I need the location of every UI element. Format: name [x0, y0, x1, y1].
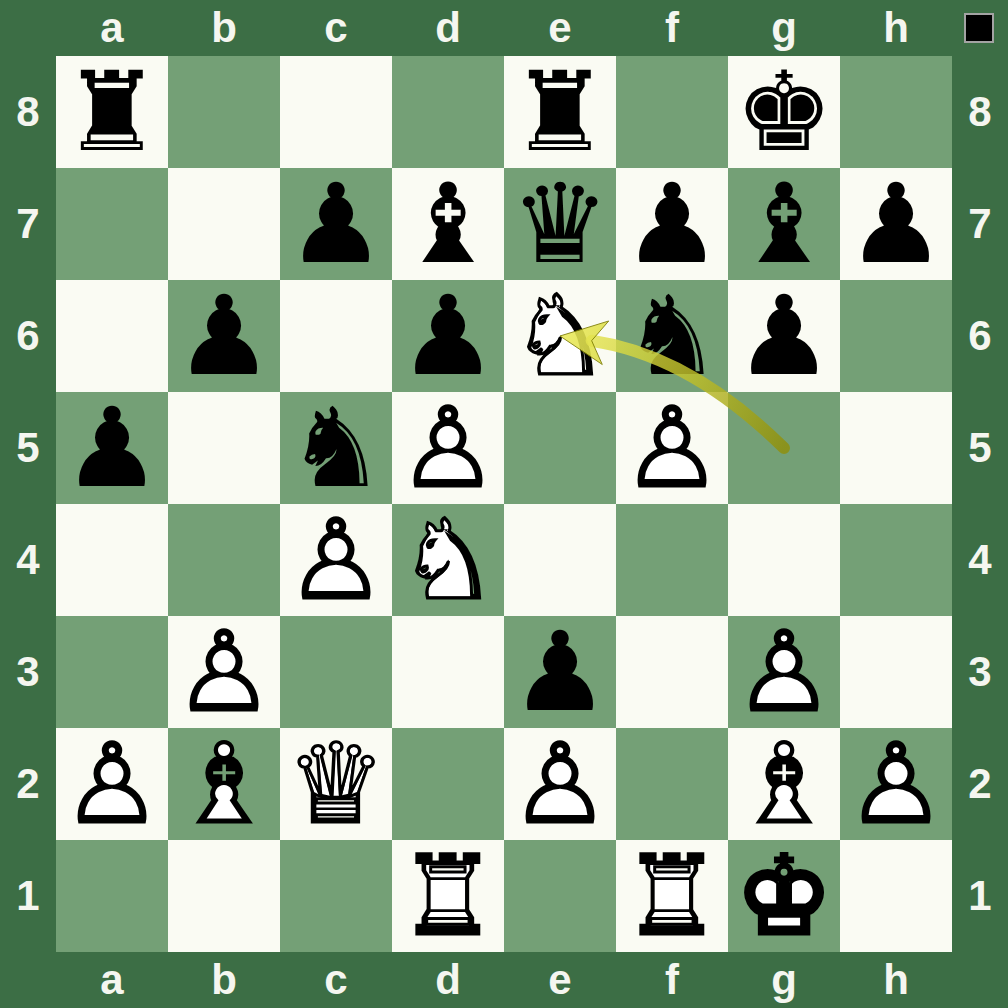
square-d8[interactable] [392, 56, 504, 168]
square-a7[interactable] [56, 168, 168, 280]
square-f7[interactable]: ♟ [616, 168, 728, 280]
rank-label-4: 4 [952, 504, 1008, 616]
square-h4[interactable] [840, 504, 952, 616]
rank-label-5: 5 [0, 392, 56, 504]
square-h1[interactable] [840, 840, 952, 952]
white-pawn-icon: ♟ [504, 728, 616, 840]
chess-board-frame: abcdefgh 87654321 87654321 abcdefgh ♜♜♚♟… [0, 0, 1008, 1008]
white-knight-icon-outline: ♘ [504, 280, 616, 392]
square-c4[interactable]: ♟♙ [280, 504, 392, 616]
square-b4[interactable] [168, 504, 280, 616]
square-e1[interactable] [504, 840, 616, 952]
white-pawn-icon-outline: ♙ [728, 616, 840, 728]
square-g6[interactable]: ♟ [728, 280, 840, 392]
square-e8[interactable]: ♜ [504, 56, 616, 168]
white-rook-icon-outline: ♖ [616, 840, 728, 952]
black-pawn-icon: ♟ [168, 280, 280, 392]
white-knight-icon-outline: ♘ [392, 504, 504, 616]
square-d5[interactable]: ♟♙ [392, 392, 504, 504]
white-bishop-icon-outline: ♗ [728, 728, 840, 840]
square-e4[interactable] [504, 504, 616, 616]
square-f1[interactable]: ♜♖ [616, 840, 728, 952]
rank-label-6: 6 [952, 280, 1008, 392]
square-b3[interactable]: ♟♙ [168, 616, 280, 728]
black-pawn-icon: ♟ [280, 168, 392, 280]
file-label-h: h [840, 952, 952, 1008]
white-pawn-icon: ♟ [280, 504, 392, 616]
white-pawn-icon: ♟ [840, 728, 952, 840]
square-b1[interactable] [168, 840, 280, 952]
square-d1[interactable]: ♜♖ [392, 840, 504, 952]
file-label-a: a [56, 952, 168, 1008]
white-pawn-icon-outline: ♙ [840, 728, 952, 840]
square-b2[interactable]: ♝♗ [168, 728, 280, 840]
white-pawn-icon-outline: ♙ [616, 392, 728, 504]
square-c2[interactable]: ♛♕ [280, 728, 392, 840]
black-rook-icon: ♜ [56, 56, 168, 168]
black-king-icon: ♚ [728, 56, 840, 168]
white-queen-icon-outline: ♕ [280, 728, 392, 840]
black-knight-icon: ♞ [280, 392, 392, 504]
rank-labels-right: 87654321 [952, 56, 1008, 952]
black-pawn-icon: ♟ [728, 280, 840, 392]
rank-label-3: 3 [0, 616, 56, 728]
square-b8[interactable] [168, 56, 280, 168]
square-f2[interactable] [616, 728, 728, 840]
square-e7[interactable]: ♛ [504, 168, 616, 280]
white-pawn-icon-outline: ♙ [392, 392, 504, 504]
square-h3[interactable] [840, 616, 952, 728]
file-label-b: b [168, 0, 280, 56]
square-e6[interactable]: ♞♘ [504, 280, 616, 392]
square-h2[interactable]: ♟♙ [840, 728, 952, 840]
square-e5[interactable] [504, 392, 616, 504]
white-pawn-icon-outline: ♙ [56, 728, 168, 840]
white-knight-icon: ♞ [504, 280, 616, 392]
file-label-f: f [616, 0, 728, 56]
square-h5[interactable] [840, 392, 952, 504]
white-king-icon-outline: ♔ [728, 840, 840, 952]
file-label-b: b [168, 952, 280, 1008]
square-f8[interactable] [616, 56, 728, 168]
square-e3[interactable]: ♟ [504, 616, 616, 728]
black-pawn-icon: ♟ [616, 168, 728, 280]
rank-label-4: 4 [0, 504, 56, 616]
square-d4[interactable]: ♞♘ [392, 504, 504, 616]
black-to-move-indicator [964, 13, 994, 43]
white-pawn-icon: ♟ [168, 616, 280, 728]
rank-labels-left: 87654321 [0, 56, 56, 952]
file-label-e: e [504, 0, 616, 56]
rank-label-7: 7 [0, 168, 56, 280]
file-labels-top: abcdefgh [56, 0, 952, 56]
square-d7[interactable]: ♝ [392, 168, 504, 280]
square-c5[interactable]: ♞ [280, 392, 392, 504]
square-c1[interactable] [280, 840, 392, 952]
rank-label-3: 3 [952, 616, 1008, 728]
rank-label-8: 8 [0, 56, 56, 168]
square-b5[interactable] [168, 392, 280, 504]
square-a1[interactable] [56, 840, 168, 952]
square-e2[interactable]: ♟♙ [504, 728, 616, 840]
black-pawn-icon: ♟ [504, 616, 616, 728]
square-c6[interactable] [280, 280, 392, 392]
file-label-f: f [616, 952, 728, 1008]
square-g1[interactable]: ♚♔ [728, 840, 840, 952]
square-f5[interactable]: ♟♙ [616, 392, 728, 504]
rank-label-2: 2 [0, 728, 56, 840]
square-a4[interactable] [56, 504, 168, 616]
square-g7[interactable]: ♝ [728, 168, 840, 280]
rank-label-1: 1 [952, 840, 1008, 952]
square-d2[interactable] [392, 728, 504, 840]
square-h8[interactable] [840, 56, 952, 168]
square-f6[interactable]: ♞ [616, 280, 728, 392]
black-pawn-icon: ♟ [56, 392, 168, 504]
square-b6[interactable]: ♟ [168, 280, 280, 392]
square-g5[interactable] [728, 392, 840, 504]
square-f4[interactable] [616, 504, 728, 616]
white-king-icon: ♚ [728, 840, 840, 952]
white-knight-icon: ♞ [392, 504, 504, 616]
file-label-d: d [392, 0, 504, 56]
rank-label-8: 8 [952, 56, 1008, 168]
file-label-c: c [280, 0, 392, 56]
white-pawn-icon-outline: ♙ [504, 728, 616, 840]
white-queen-icon: ♛ [280, 728, 392, 840]
file-label-g: g [728, 0, 840, 56]
square-h7[interactable]: ♟ [840, 168, 952, 280]
white-bishop-icon: ♝ [728, 728, 840, 840]
square-a8[interactable]: ♜ [56, 56, 168, 168]
black-pawn-icon: ♟ [392, 280, 504, 392]
file-label-h: h [840, 0, 952, 56]
rank-label-7: 7 [952, 168, 1008, 280]
rank-label-5: 5 [952, 392, 1008, 504]
black-knight-icon: ♞ [616, 280, 728, 392]
file-label-a: a [56, 0, 168, 56]
white-pawn-icon: ♟ [728, 616, 840, 728]
square-b7[interactable] [168, 168, 280, 280]
square-c8[interactable] [280, 56, 392, 168]
rank-label-2: 2 [952, 728, 1008, 840]
file-label-d: d [392, 952, 504, 1008]
file-label-g: g [728, 952, 840, 1008]
rank-label-6: 6 [0, 280, 56, 392]
board: ♜♜♚♟♝♛♟♝♟♟♟♞♘♞♟♟♞♟♙♟♙♟♙♞♘♟♙♟♟♙♟♙♝♗♛♕♟♙♝♗… [56, 56, 952, 952]
white-rook-icon: ♜ [616, 840, 728, 952]
white-pawn-icon: ♟ [56, 728, 168, 840]
white-bishop-icon-outline: ♗ [168, 728, 280, 840]
square-d6[interactable]: ♟ [392, 280, 504, 392]
square-h6[interactable] [840, 280, 952, 392]
square-f3[interactable] [616, 616, 728, 728]
file-labels-bottom: abcdefgh [56, 952, 952, 1008]
black-bishop-icon: ♝ [728, 168, 840, 280]
file-label-e: e [504, 952, 616, 1008]
white-rook-icon-outline: ♖ [392, 840, 504, 952]
square-c3[interactable] [280, 616, 392, 728]
black-bishop-icon: ♝ [392, 168, 504, 280]
black-pawn-icon: ♟ [840, 168, 952, 280]
white-pawn-icon: ♟ [616, 392, 728, 504]
square-a6[interactable] [56, 280, 168, 392]
square-g2[interactable]: ♝♗ [728, 728, 840, 840]
file-label-c: c [280, 952, 392, 1008]
black-queen-icon: ♛ [504, 168, 616, 280]
square-d3[interactable] [392, 616, 504, 728]
square-a3[interactable] [56, 616, 168, 728]
square-g4[interactable] [728, 504, 840, 616]
square-a5[interactable]: ♟ [56, 392, 168, 504]
square-a2[interactable]: ♟♙ [56, 728, 168, 840]
square-g3[interactable]: ♟♙ [728, 616, 840, 728]
square-g8[interactable]: ♚ [728, 56, 840, 168]
white-rook-icon: ♜ [392, 840, 504, 952]
white-pawn-icon-outline: ♙ [168, 616, 280, 728]
white-bishop-icon: ♝ [168, 728, 280, 840]
black-rook-icon: ♜ [504, 56, 616, 168]
white-pawn-icon: ♟ [392, 392, 504, 504]
square-c7[interactable]: ♟ [280, 168, 392, 280]
rank-label-1: 1 [0, 840, 56, 952]
white-pawn-icon-outline: ♙ [280, 504, 392, 616]
